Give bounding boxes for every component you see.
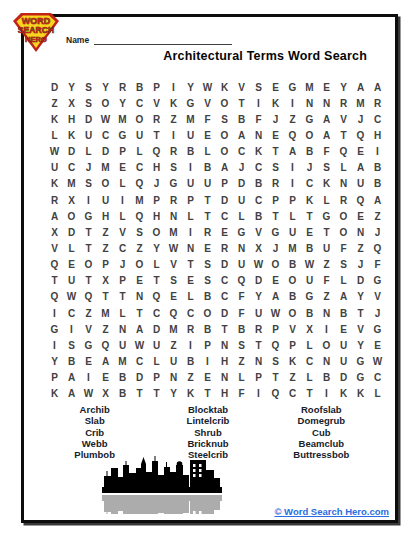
grid-cell: W — [46, 144, 63, 160]
word-search-hero-logo: WORD SEARCH HERO — [11, 10, 61, 54]
grid-cell: G — [352, 353, 369, 369]
grid-cell: N — [114, 321, 131, 337]
grid-cell: A — [335, 289, 352, 305]
grid-cell: I — [199, 353, 216, 369]
grid-cell: H — [369, 127, 386, 143]
grid-cell: N — [165, 208, 182, 224]
grid-cell: O — [318, 337, 335, 353]
grid-cell: V — [199, 95, 216, 111]
grid-cell: W — [267, 305, 284, 321]
grid-cell: V — [335, 111, 352, 127]
grid-cell: B — [301, 305, 318, 321]
grid-cell: G — [369, 321, 386, 337]
grid-cell: F — [335, 240, 352, 256]
grid-cell: M — [114, 353, 131, 369]
grid-cell: V — [369, 289, 386, 305]
grid-cell: B — [233, 321, 250, 337]
word-slab: Slab — [85, 415, 105, 426]
grid-cell: B — [199, 160, 216, 176]
grid-cell: F — [318, 144, 335, 160]
grid-cell: Q — [352, 192, 369, 208]
grid-cell: R — [267, 176, 284, 192]
grid-cell: S — [199, 273, 216, 289]
grid-cell: N — [318, 353, 335, 369]
grid-cell: O — [131, 111, 148, 127]
grid-cell: Z — [165, 337, 182, 353]
grid-cell: E — [216, 224, 233, 240]
grid-cell: U — [250, 305, 267, 321]
grid-cell: B — [335, 305, 352, 321]
grid-cell: J — [80, 160, 97, 176]
word-buttressbob: Buttressbob — [293, 449, 349, 460]
grid-cell: N — [250, 127, 267, 143]
grid-cell: Q — [284, 127, 301, 143]
grid-cell: O — [216, 127, 233, 143]
grid-cell: V — [233, 79, 250, 95]
grid-cell: K — [182, 386, 199, 402]
grid-cell: E — [63, 257, 80, 273]
grid-cell: Z — [97, 321, 114, 337]
grid-cell: S — [335, 257, 352, 273]
grid-cell: D — [63, 224, 80, 240]
grid-cell: L — [182, 289, 199, 305]
grid-cell: L — [114, 208, 131, 224]
grid-cell: B — [233, 111, 250, 127]
grid-cell: Y — [250, 289, 267, 305]
grid-cell: O — [131, 257, 148, 273]
grid-cell: B — [199, 289, 216, 305]
name-row: Name — [66, 34, 232, 45]
grid-cell: R — [216, 240, 233, 256]
grid-cell: R — [250, 321, 267, 337]
grid-cell: H — [97, 208, 114, 224]
grid-cell: U — [80, 127, 97, 143]
grid-cell: Y — [63, 79, 80, 95]
grid-cell: Q — [131, 176, 148, 192]
grid-cell: K — [165, 95, 182, 111]
grid-cell: S — [165, 160, 182, 176]
grid-cell: O — [267, 257, 284, 273]
grid-cell: R — [148, 111, 165, 127]
grid-cell: I — [284, 160, 301, 176]
word-shrub: Shrub — [194, 427, 221, 438]
grid-cell: Z — [284, 111, 301, 127]
grid-cell: O — [97, 95, 114, 111]
grid-cell: B — [284, 257, 301, 273]
grid-cell: J — [301, 160, 318, 176]
grid-cell: Z — [318, 289, 335, 305]
grid-cell: C — [301, 176, 318, 192]
grid-cell: L — [335, 160, 352, 176]
grid-cell: P — [114, 144, 131, 160]
grid-cell: D — [216, 192, 233, 208]
grid-cell: L — [148, 257, 165, 273]
grid-cell: Q — [335, 144, 352, 160]
grid-cell: M — [131, 192, 148, 208]
grid-cell: K — [284, 353, 301, 369]
grid-cell: O — [97, 176, 114, 192]
grid-cell: Q — [148, 144, 165, 160]
grid-cell: E — [335, 321, 352, 337]
grid-cell: Z — [233, 353, 250, 369]
grid-cell: K — [46, 111, 63, 127]
grid-cell: C — [250, 160, 267, 176]
grid-cell: U — [284, 224, 301, 240]
grid-cell: P — [46, 370, 63, 386]
grid-cell: D — [335, 370, 352, 386]
grid-cell: M — [182, 111, 199, 127]
grid-cell: G — [301, 289, 318, 305]
grid-cell: X — [250, 240, 267, 256]
name-label: Name — [66, 35, 94, 45]
grid-cell: B — [284, 289, 301, 305]
grid-cell: S — [131, 224, 148, 240]
grid-cell: N — [233, 240, 250, 256]
grid-cell: E — [182, 273, 199, 289]
grid-cell: L — [233, 370, 250, 386]
grid-cell: R — [335, 95, 352, 111]
grid-cell: G — [165, 176, 182, 192]
grid-cell: F — [250, 111, 267, 127]
grid-cell: I — [46, 305, 63, 321]
grid-cell: M — [165, 224, 182, 240]
grid-cell: F — [318, 273, 335, 289]
grid-cell: D — [97, 144, 114, 160]
grid-cell: P — [284, 192, 301, 208]
grid-cell: K — [46, 386, 63, 402]
grid-cell: Q — [267, 337, 284, 353]
grid-cell: P — [267, 321, 284, 337]
grid-cell: L — [199, 144, 216, 160]
grid-cell: A — [318, 111, 335, 127]
page-title: Architectural Terms Word Search — [163, 49, 367, 63]
grid-cell: W — [199, 79, 216, 95]
skyline-buildings — [102, 456, 222, 493]
grid-cell: G — [46, 321, 63, 337]
grid-cell: G — [233, 224, 250, 240]
grid-cell: K — [216, 79, 233, 95]
grid-cell: A — [63, 370, 80, 386]
grid-cell: J — [114, 257, 131, 273]
grid-cell: K — [250, 144, 267, 160]
grid-cell: L — [301, 337, 318, 353]
footer: © Word Search Hero.com — [274, 501, 389, 519]
grid-cell: C — [131, 95, 148, 111]
word-list: ArchibSlabCribWebbPlumbob BlocktabLintel… — [38, 404, 378, 460]
grid-cell: C — [148, 305, 165, 321]
grid-cell: O — [80, 257, 97, 273]
grid-cell: Z — [97, 224, 114, 240]
grid-cell: Q — [233, 273, 250, 289]
grid-cell: B — [182, 353, 199, 369]
grid-cell: Q — [46, 257, 63, 273]
word-domegrub: Domegrub — [298, 415, 346, 426]
grid-cell: Y — [352, 289, 369, 305]
grid-cell: D — [80, 111, 97, 127]
grid-cell: B — [369, 160, 386, 176]
grid-cell: C — [284, 386, 301, 402]
grid-cell: L — [182, 208, 199, 224]
grid-cell: Y — [165, 386, 182, 402]
grid-cell: G — [182, 95, 199, 111]
grid-cell: X — [63, 95, 80, 111]
grid-cell: I — [80, 192, 97, 208]
grid-cell: I — [250, 386, 267, 402]
grid-cell: K — [352, 386, 369, 402]
grid-cell: L — [148, 353, 165, 369]
grid-cell: S — [80, 176, 97, 192]
grid-cell: P — [148, 79, 165, 95]
grid-cell: N — [352, 224, 369, 240]
grid-cell: L — [369, 386, 386, 402]
grid-cell: R — [165, 192, 182, 208]
grid-cell: L — [131, 144, 148, 160]
grid-cell: E — [352, 144, 369, 160]
grid-cell: T — [148, 386, 165, 402]
grid-cell: X — [46, 224, 63, 240]
grid-cell: V — [284, 321, 301, 337]
grid-cell: Z — [284, 370, 301, 386]
grid-cell: U — [335, 337, 352, 353]
grid-cell: N — [250, 353, 267, 369]
grid-cell: T — [131, 305, 148, 321]
grid-cell: N — [335, 176, 352, 192]
grid-cell: R — [182, 321, 199, 337]
grid-cell: E — [199, 127, 216, 143]
grid-cell: N — [165, 370, 182, 386]
grid-cell: T — [250, 337, 267, 353]
grid-cell: U — [199, 176, 216, 192]
grid-cell: I — [284, 95, 301, 111]
grid-cell: Y — [114, 95, 131, 111]
grid-cell: C — [301, 353, 318, 369]
grid-cell: E — [267, 127, 284, 143]
grid-cell: T — [267, 370, 284, 386]
grid-cell: Z — [97, 240, 114, 256]
grid-cell: C — [216, 273, 233, 289]
grid-cell: H — [216, 353, 233, 369]
grid-cell: L — [114, 176, 131, 192]
grid-cell: P — [284, 337, 301, 353]
word-search-hero-link[interactable]: © Word Search Hero.com — [274, 506, 389, 517]
grid-cell: P — [148, 370, 165, 386]
grid-cell: Q — [148, 289, 165, 305]
grid-cell: Z — [165, 111, 182, 127]
grid-cell: R — [165, 144, 182, 160]
grid-cell: O — [335, 208, 352, 224]
grid-cell: U — [131, 127, 148, 143]
grid-cell: E — [165, 289, 182, 305]
grid-cell: T — [301, 208, 318, 224]
grid-cell: K — [318, 176, 335, 192]
logo-text-hero: HERO — [25, 35, 47, 44]
grid-cell: A — [352, 160, 369, 176]
grid-cell: A — [318, 127, 335, 143]
word-beamclub: Beamclub — [299, 438, 344, 449]
grid-cell: T — [301, 386, 318, 402]
grid-cell: I — [284, 176, 301, 192]
grid-cell: N — [131, 289, 148, 305]
grid-cell: H — [216, 386, 233, 402]
grid-cell: O — [216, 95, 233, 111]
grid-cell: T — [199, 192, 216, 208]
grid-cell: U — [148, 337, 165, 353]
grid-cell: O — [199, 305, 216, 321]
grid-cell: B — [250, 208, 267, 224]
grid-cell: Q — [352, 127, 369, 143]
grid-cell: M — [352, 95, 369, 111]
grid-cell: D — [216, 257, 233, 273]
grid-cell: T — [46, 273, 63, 289]
word-list-column-2: BlocktabLintelcribShrubBricknubSteelcrib — [151, 404, 264, 460]
grid-cell: Q — [97, 337, 114, 353]
grid-cell: N — [182, 240, 199, 256]
grid-cell: K — [46, 176, 63, 192]
grid-cell: B — [301, 240, 318, 256]
grid-cell: S — [199, 257, 216, 273]
grid-cell: V — [250, 224, 267, 240]
grid-cell: M — [97, 160, 114, 176]
grid-cell: V — [46, 240, 63, 256]
word-crib: Crib — [85, 427, 104, 438]
grid-cell: L — [46, 127, 63, 143]
grid-cell: E — [301, 224, 318, 240]
grid-cell: U — [318, 240, 335, 256]
grid-cell: W — [80, 386, 97, 402]
grid-cell: U — [46, 160, 63, 176]
grid-cell: W — [63, 289, 80, 305]
grid-cell: T — [80, 273, 97, 289]
grid-cell: R — [46, 192, 63, 208]
grid-cell: I — [165, 127, 182, 143]
grid-cell: G — [80, 208, 97, 224]
grid-cell: A — [46, 208, 63, 224]
grid-cell: M — [97, 305, 114, 321]
grid-cell: G — [369, 273, 386, 289]
skyline-reflection — [102, 495, 222, 514]
grid-cell: A — [216, 160, 233, 176]
grid-cell: L — [63, 240, 80, 256]
grid-cell: I — [369, 144, 386, 160]
grid-cell: Y — [352, 337, 369, 353]
grid-cell: Y — [148, 240, 165, 256]
grid-cell: U — [352, 176, 369, 192]
grid-cell: A — [267, 289, 284, 305]
grid-cell: R — [114, 79, 131, 95]
grid-cell: L — [284, 208, 301, 224]
grid-cell: B — [63, 353, 80, 369]
grid-cell: P — [199, 337, 216, 353]
grid-cell: J — [369, 224, 386, 240]
grid-cell: A — [63, 386, 80, 402]
grid-cell: P — [97, 257, 114, 273]
grid-cell: W — [131, 337, 148, 353]
grid-cell: U — [182, 176, 199, 192]
word-webb: Webb — [82, 438, 108, 449]
word-list-column-1: ArchibSlabCribWebbPlumbob — [38, 404, 151, 460]
grid-cell: E — [199, 370, 216, 386]
grid-cell: X — [301, 321, 318, 337]
grid-cell: G — [352, 370, 369, 386]
grid-cell: O — [284, 305, 301, 321]
grid-cell: L — [80, 144, 97, 160]
grid-cell: I — [182, 337, 199, 353]
grid-cell: I — [250, 95, 267, 111]
grid-cell: E — [318, 79, 335, 95]
grid-cell: N — [318, 305, 335, 321]
grid-cell: B — [131, 79, 148, 95]
grid-cell: Z — [46, 95, 63, 111]
grid-cell: R — [199, 224, 216, 240]
grid-cell: E — [369, 337, 386, 353]
grid-cell: Q — [46, 289, 63, 305]
grid-cell: S — [165, 273, 182, 289]
grid-cell: I — [114, 192, 131, 208]
grid-cell: H — [148, 208, 165, 224]
grid-cell: W — [301, 257, 318, 273]
grid-cell: A — [131, 321, 148, 337]
grid-cell: D — [216, 305, 233, 321]
grid-cell: B — [318, 370, 335, 386]
grid-cell: Z — [80, 305, 97, 321]
grid-cell: L — [335, 273, 352, 289]
grid-cell: B — [301, 144, 318, 160]
grid-cell: D — [250, 273, 267, 289]
grid-cell: L — [114, 305, 131, 321]
grid-cell: C — [216, 289, 233, 305]
grid-cell: A — [369, 79, 386, 95]
grid-cell: C — [250, 192, 267, 208]
grid-cell: S — [233, 337, 250, 353]
city-skyline-graphic — [102, 456, 222, 514]
grid-cell: C — [63, 160, 80, 176]
grid-cell: G — [284, 79, 301, 95]
grid-cell: G — [267, 224, 284, 240]
grid-cell: T — [216, 321, 233, 337]
grid-cell: T — [233, 95, 250, 111]
grid-cell: X — [97, 273, 114, 289]
grid-cell: E — [97, 370, 114, 386]
grid-cell: T — [318, 224, 335, 240]
grid-cell: F — [233, 289, 250, 305]
grid-cell: J — [233, 160, 250, 176]
grid-cell: H — [63, 111, 80, 127]
grid-cell: T — [199, 208, 216, 224]
grid-cell: C — [216, 208, 233, 224]
word-bricknub: Bricknub — [187, 438, 228, 449]
grid-cell: Z — [182, 370, 199, 386]
word-blocktab: Blocktab — [188, 404, 228, 415]
grid-cell: C — [233, 144, 250, 160]
grid-cell: Q — [369, 240, 386, 256]
grid-cell: I — [165, 79, 182, 95]
grid-cell: D — [131, 370, 148, 386]
grid-cell: B — [114, 386, 131, 402]
grid-cell: O — [216, 144, 233, 160]
grid-cell: V — [165, 257, 182, 273]
grid-cell: V — [114, 224, 131, 240]
grid-cell: U — [182, 127, 199, 143]
grid-cell: C — [182, 305, 199, 321]
grid-cell: T — [148, 273, 165, 289]
grid-cell: F — [233, 386, 250, 402]
word-lintelcrib: Lintelcrib — [187, 415, 230, 426]
logo-text-search: SEARCH — [18, 25, 54, 35]
grid-cell: S — [318, 160, 335, 176]
grid-cell: Q — [165, 305, 182, 321]
grid-cell: P — [267, 192, 284, 208]
grid-cell: I — [318, 386, 335, 402]
